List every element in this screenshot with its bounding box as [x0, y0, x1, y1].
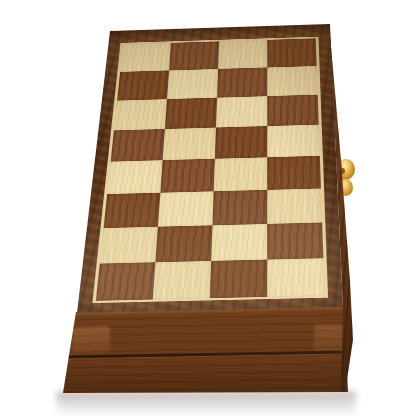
board-square	[100, 227, 158, 264]
board-square	[165, 98, 217, 129]
board-square	[167, 69, 218, 99]
board-square	[153, 261, 211, 300]
board-square	[160, 159, 215, 193]
board-square	[210, 260, 267, 299]
board-square	[120, 43, 171, 72]
board-square	[155, 225, 212, 262]
dovetail-joint-left	[71, 326, 110, 354]
board-square	[163, 128, 216, 161]
product-photo	[0, 0, 416, 416]
board-square	[218, 40, 267, 69]
board-square	[267, 95, 318, 126]
board-square	[158, 191, 214, 226]
board-square	[215, 126, 267, 159]
board-square	[267, 38, 316, 67]
checkerboard	[92, 37, 328, 303]
board-square	[211, 224, 267, 261]
board-square	[267, 66, 317, 96]
board-square	[107, 160, 162, 194]
board-square	[267, 258, 325, 297]
board-square	[267, 223, 323, 260]
board-square	[217, 67, 267, 97]
board-square	[214, 157, 268, 191]
board-square	[216, 96, 267, 127]
board-square	[169, 41, 219, 70]
board-square	[114, 99, 167, 130]
board-square	[111, 129, 165, 162]
surface-reflection-fade	[62, 400, 352, 416]
board-square	[267, 156, 321, 190]
board-square	[117, 70, 169, 100]
board-square	[96, 262, 156, 301]
board-square	[267, 188, 322, 223]
board-square	[267, 125, 320, 158]
board-square	[104, 193, 161, 228]
board-top-face	[77, 24, 343, 313]
board-square	[212, 190, 267, 225]
